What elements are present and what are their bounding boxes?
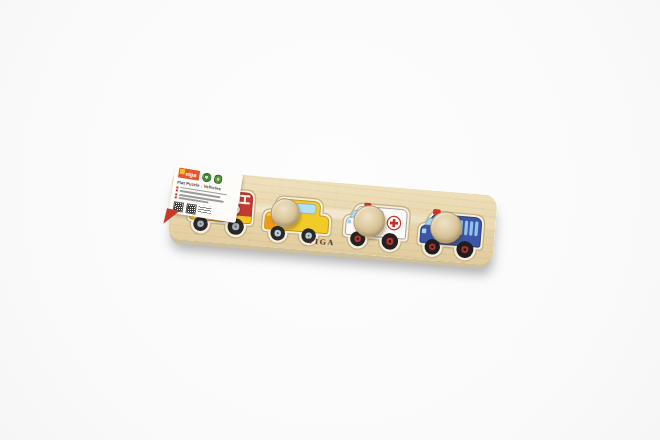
police-truck-front-light [422,228,427,233]
barcode-icon [185,203,196,214]
bullet-icon [176,186,178,188]
ambulance-cross-emblem [387,216,401,230]
bullet-icon [175,197,177,199]
bullet-icon [175,193,177,195]
green-badge-icon [202,172,212,182]
bullet-icon [176,190,178,192]
product-photo: VIGA viga Flat Puzzle - Vehicles [0,0,660,440]
fine-print-lines [198,205,212,214]
brand-print: VIGA [307,236,335,247]
logo-notch [180,169,186,175]
logo-text: viga [185,171,197,179]
viga-logo: viga [178,168,200,181]
ambulance-front-light [347,219,351,223]
age-badge-icon [213,174,223,184]
packaging-label: viga Flat Puzzle - Vehicles [168,164,243,223]
